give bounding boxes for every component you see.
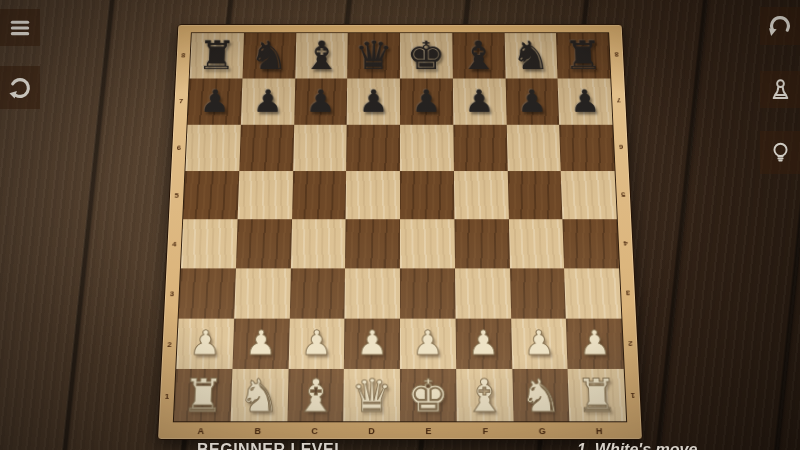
piece-black-pawn[interactable]: ♟ <box>505 78 559 124</box>
square-h3[interactable] <box>564 268 621 318</box>
file-labels-bottom: ABCDEFGH <box>172 422 628 439</box>
square-a4[interactable] <box>181 219 237 268</box>
pawn-icon <box>767 76 794 103</box>
piece-white-pawn[interactable]: ♟ <box>511 318 568 369</box>
piece-white-knight[interactable]: ♞ <box>230 369 288 421</box>
board-frame: 87654321 ♜♞♝♛♚♝♞♜♟♟♟♟♟♟♟♟♟♟♟♟♟♟♟♟♜♞♝♛♚♝♞… <box>157 24 643 440</box>
square-a6[interactable] <box>185 124 240 171</box>
square-h8[interactable]: ♜ <box>556 33 610 78</box>
piece-black-king[interactable]: ♚ <box>400 33 453 78</box>
square-e4[interactable] <box>400 219 455 268</box>
rank-label-6: 6 <box>613 124 628 171</box>
piece-white-king[interactable]: ♚ <box>400 369 457 421</box>
menu-icon <box>7 15 33 41</box>
square-g2[interactable]: ♟ <box>511 318 568 369</box>
square-g4[interactable] <box>508 219 564 268</box>
move-status: 1. White's move <box>577 441 697 450</box>
square-c3[interactable] <box>289 268 345 318</box>
rank-label-4: 4 <box>618 219 634 268</box>
square-f5[interactable] <box>454 171 509 219</box>
square-f6[interactable] <box>453 124 507 171</box>
square-e8[interactable]: ♚ <box>400 33 453 78</box>
piece-black-rook[interactable]: ♜ <box>556 33 610 78</box>
piece-black-queen[interactable]: ♛ <box>347 33 400 78</box>
level-label: BEGINNER LEVEL <box>197 441 344 450</box>
piece-white-rook[interactable]: ♜ <box>174 369 232 421</box>
piece-black-pawn[interactable]: ♟ <box>188 78 243 124</box>
piece-white-pawn[interactable]: ♟ <box>400 318 456 369</box>
square-f4[interactable] <box>454 219 509 268</box>
piece-black-bishop[interactable]: ♝ <box>295 33 348 78</box>
undo-icon <box>766 12 794 40</box>
piece-black-pawn[interactable]: ♟ <box>347 78 400 124</box>
rank-label-1: 1 <box>625 370 641 422</box>
file-label-c: C <box>286 422 343 439</box>
square-f2[interactable]: ♟ <box>455 318 512 369</box>
square-f8[interactable]: ♝ <box>452 33 505 78</box>
rotate-restart-button[interactable] <box>0 66 40 109</box>
square-a3[interactable] <box>179 268 236 318</box>
square-c8[interactable]: ♝ <box>295 33 348 78</box>
square-e5[interactable] <box>400 171 454 219</box>
square-h1[interactable]: ♜ <box>568 369 626 421</box>
square-g6[interactable] <box>506 124 561 171</box>
square-c1[interactable]: ♝ <box>287 369 344 421</box>
piece-white-pawn[interactable]: ♟ <box>566 318 624 369</box>
piece-black-pawn[interactable]: ♟ <box>453 78 507 124</box>
square-h2[interactable]: ♟ <box>566 318 624 369</box>
piece-white-bishop[interactable]: ♝ <box>287 369 344 421</box>
piece-black-bishop[interactable]: ♝ <box>452 33 505 78</box>
app-screen: 87654321 ♜♞♝♛♚♝♞♜♟♟♟♟♟♟♟♟♟♟♟♟♟♟♟♟♜♞♝♛♚♝♞… <box>0 0 800 450</box>
piece-white-pawn[interactable]: ♟ <box>455 318 512 369</box>
rank-label-8: 8 <box>609 32 624 77</box>
piece-white-bishop[interactable]: ♝ <box>456 369 513 421</box>
board-perspective-wrap: 87654321 ♜♞♝♛♚♝♞♜♟♟♟♟♟♟♟♟♟♟♟♟♟♟♟♟♜♞♝♛♚♝♞… <box>157 24 643 440</box>
rank-label-2: 2 <box>622 319 638 370</box>
rank-label-5: 5 <box>616 171 632 219</box>
piece-white-pawn[interactable]: ♟ <box>344 318 400 369</box>
piece-black-pawn[interactable]: ♟ <box>558 78 613 124</box>
file-label-e: E <box>400 422 457 439</box>
square-g1[interactable]: ♞ <box>512 369 570 421</box>
frame-top-edge <box>191 25 609 32</box>
file-label-a: A <box>172 422 230 439</box>
square-g7[interactable]: ♟ <box>505 78 559 124</box>
piece-white-queen[interactable]: ♛ <box>343 369 400 421</box>
square-h6[interactable] <box>559 124 614 171</box>
file-label-h: H <box>570 422 628 439</box>
square-a1[interactable]: ♜ <box>174 369 232 421</box>
piece-black-pawn[interactable]: ♟ <box>400 78 453 124</box>
square-d2[interactable]: ♟ <box>344 318 400 369</box>
rank-label-3: 3 <box>620 268 636 318</box>
square-e7[interactable]: ♟ <box>400 78 453 124</box>
hint-button[interactable] <box>760 131 800 174</box>
square-e6[interactable] <box>400 124 454 171</box>
square-b7[interactable]: ♟ <box>241 78 295 124</box>
square-a7[interactable]: ♟ <box>188 78 243 124</box>
lightbulb-icon <box>767 139 794 166</box>
square-d5[interactable] <box>346 171 400 219</box>
square-c4[interactable] <box>290 219 345 268</box>
square-a5[interactable] <box>183 171 239 219</box>
file-label-b: B <box>229 422 286 439</box>
piece-black-knight[interactable]: ♞ <box>504 33 558 78</box>
frame-corner <box>609 25 622 32</box>
square-d1[interactable]: ♛ <box>343 369 400 421</box>
rotate-icon <box>6 74 34 102</box>
square-c7[interactable]: ♟ <box>294 78 348 124</box>
square-b6[interactable] <box>239 124 294 171</box>
player-side-button[interactable] <box>760 71 800 108</box>
piece-black-rook[interactable]: ♜ <box>190 33 244 78</box>
square-d4[interactable] <box>345 219 400 268</box>
piece-white-pawn[interactable]: ♟ <box>232 318 289 369</box>
file-label-d: D <box>343 422 400 439</box>
square-c5[interactable] <box>292 171 347 219</box>
piece-white-knight[interactable]: ♞ <box>512 369 570 421</box>
square-b4[interactable] <box>236 219 292 268</box>
square-c6[interactable] <box>293 124 347 171</box>
piece-black-knight[interactable]: ♞ <box>242 33 296 78</box>
file-label-f: F <box>457 422 514 439</box>
square-g5[interactable] <box>507 171 562 219</box>
square-b8[interactable]: ♞ <box>242 33 296 78</box>
piece-black-pawn[interactable]: ♟ <box>294 78 348 124</box>
rank-label-7: 7 <box>611 78 626 124</box>
square-h4[interactable] <box>563 219 619 268</box>
square-b5[interactable] <box>237 171 292 219</box>
square-f7[interactable]: ♟ <box>453 78 507 124</box>
square-d6[interactable] <box>346 124 400 171</box>
square-c2[interactable]: ♟ <box>288 318 345 369</box>
square-e3[interactable] <box>400 268 455 318</box>
menu-button[interactable] <box>0 9 40 46</box>
frame-corner <box>158 422 173 439</box>
square-f1[interactable]: ♝ <box>456 369 513 421</box>
square-e2[interactable]: ♟ <box>400 318 456 369</box>
square-d7[interactable]: ♟ <box>347 78 400 124</box>
square-f3[interactable] <box>455 268 511 318</box>
square-d3[interactable] <box>345 268 400 318</box>
square-e1[interactable]: ♚ <box>400 369 457 421</box>
piece-white-pawn[interactable]: ♟ <box>288 318 345 369</box>
square-h7[interactable]: ♟ <box>558 78 613 124</box>
square-g3[interactable] <box>510 268 566 318</box>
square-a8[interactable]: ♜ <box>190 33 244 78</box>
square-h5[interactable] <box>561 171 617 219</box>
piece-white-pawn[interactable]: ♟ <box>176 318 234 369</box>
square-b2[interactable]: ♟ <box>232 318 289 369</box>
piece-white-rook[interactable]: ♜ <box>568 369 626 421</box>
undo-button[interactable] <box>760 7 800 45</box>
square-a2[interactable]: ♟ <box>176 318 234 369</box>
square-g8[interactable]: ♞ <box>504 33 558 78</box>
chess-board[interactable]: ♜♞♝♛♚♝♞♜♟♟♟♟♟♟♟♟♟♟♟♟♟♟♟♟♜♞♝♛♚♝♞♜ <box>173 32 627 422</box>
square-d8[interactable]: ♛ <box>347 33 400 78</box>
frame-corner <box>627 422 642 439</box>
square-b3[interactable] <box>234 268 290 318</box>
piece-black-pawn[interactable]: ♟ <box>241 78 295 124</box>
file-label-g: G <box>514 422 571 439</box>
square-b1[interactable]: ♞ <box>230 369 288 421</box>
frame-corner <box>178 25 191 32</box>
